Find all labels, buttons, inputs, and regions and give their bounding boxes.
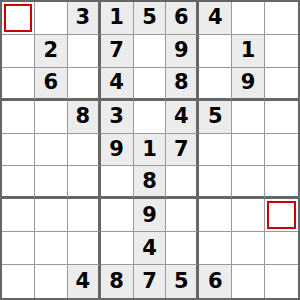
cell-r4c5[interactable]	[134, 101, 167, 134]
cell-r4c4[interactable]: 3	[101, 101, 134, 134]
cell-r3c5[interactable]	[134, 68, 167, 101]
cell-r7c8[interactable]	[232, 199, 265, 232]
cell-r8c6[interactable]	[166, 232, 199, 265]
cell-r7c3[interactable]	[68, 199, 101, 232]
cell-r8c7[interactable]	[199, 232, 232, 265]
cell-r3c2[interactable]: 6	[35, 68, 68, 101]
cell-r5c2[interactable]	[35, 134, 68, 167]
cell-r8c5[interactable]: 4	[134, 232, 167, 265]
cell-r8c2[interactable]	[35, 232, 68, 265]
cell-r9c1[interactable]	[2, 265, 35, 298]
cell-r9c5[interactable]: 7	[134, 265, 167, 298]
cell-r1c1[interactable]	[2, 2, 35, 35]
cell-r4c7[interactable]: 5	[199, 101, 232, 134]
cell-r6c3[interactable]	[68, 166, 101, 199]
selected-cell-ring	[267, 201, 296, 229]
cell-r5c5[interactable]: 1	[134, 134, 167, 167]
selected-cell-ring	[4, 4, 32, 32]
cell-r1c6[interactable]: 6	[166, 2, 199, 35]
cell-r8c3[interactable]	[68, 232, 101, 265]
cell-r4c9[interactable]	[265, 101, 298, 134]
cell-r4c6[interactable]: 4	[166, 101, 199, 134]
cell-r1c4[interactable]: 1	[101, 2, 134, 35]
cell-r3c9[interactable]	[265, 68, 298, 101]
cell-r5c3[interactable]	[68, 134, 101, 167]
cell-r3c3[interactable]	[68, 68, 101, 101]
cell-r9c6[interactable]: 5	[166, 265, 199, 298]
cell-r7c9[interactable]	[265, 199, 298, 232]
cell-r3c4[interactable]: 4	[101, 68, 134, 101]
cell-r7c2[interactable]	[35, 199, 68, 232]
cell-r6c5[interactable]: 8	[134, 166, 167, 199]
cell-r3c7[interactable]	[199, 68, 232, 101]
cell-r5c4[interactable]: 9	[101, 134, 134, 167]
cell-r7c7[interactable]	[199, 199, 232, 232]
cell-r4c1[interactable]	[2, 101, 35, 134]
cell-r1c8[interactable]	[232, 2, 265, 35]
cell-r6c4[interactable]	[101, 166, 134, 199]
cell-r9c8[interactable]	[232, 265, 265, 298]
cell-r6c2[interactable]	[35, 166, 68, 199]
cell-r2c6[interactable]: 9	[166, 35, 199, 68]
cell-r2c7[interactable]	[199, 35, 232, 68]
cell-r1c3[interactable]: 3	[68, 2, 101, 35]
cell-r7c4[interactable]	[101, 199, 134, 232]
cell-r1c7[interactable]: 4	[199, 2, 232, 35]
cell-r4c2[interactable]	[35, 101, 68, 134]
cell-r7c6[interactable]	[166, 199, 199, 232]
cell-r2c5[interactable]	[134, 35, 167, 68]
cell-r2c3[interactable]	[68, 35, 101, 68]
cell-r5c1[interactable]	[2, 134, 35, 167]
cell-r7c1[interactable]	[2, 199, 35, 232]
cell-r4c8[interactable]	[232, 101, 265, 134]
cell-r1c5[interactable]: 5	[134, 2, 167, 35]
cell-r2c9[interactable]	[265, 35, 298, 68]
cell-r9c9[interactable]	[265, 265, 298, 298]
cell-r9c2[interactable]	[35, 265, 68, 298]
cell-r2c8[interactable]: 1	[232, 35, 265, 68]
cell-r6c7[interactable]	[199, 166, 232, 199]
sudoku-board: 3156427916489834591789448756	[0, 0, 300, 300]
cell-r2c4[interactable]: 7	[101, 35, 134, 68]
cell-r4c3[interactable]: 8	[68, 101, 101, 134]
cell-r1c9[interactable]	[265, 2, 298, 35]
cell-r1c2[interactable]	[35, 2, 68, 35]
cell-r6c9[interactable]	[265, 166, 298, 199]
cell-r8c4[interactable]	[101, 232, 134, 265]
cell-r9c7[interactable]: 6	[199, 265, 232, 298]
cell-r5c6[interactable]: 7	[166, 134, 199, 167]
cell-r7c5[interactable]: 9	[134, 199, 167, 232]
cell-r5c8[interactable]	[232, 134, 265, 167]
cell-r3c6[interactable]: 8	[166, 68, 199, 101]
cell-r8c9[interactable]	[265, 232, 298, 265]
cell-r9c4[interactable]: 8	[101, 265, 134, 298]
cell-r6c1[interactable]	[2, 166, 35, 199]
cell-r2c2[interactable]: 2	[35, 35, 68, 68]
cell-r5c9[interactable]	[265, 134, 298, 167]
cell-r5c7[interactable]	[199, 134, 232, 167]
cell-r6c6[interactable]	[166, 166, 199, 199]
cell-r8c1[interactable]	[2, 232, 35, 265]
cell-r3c1[interactable]	[2, 68, 35, 101]
cell-r6c8[interactable]	[232, 166, 265, 199]
cell-r9c3[interactable]: 4	[68, 265, 101, 298]
cell-r3c8[interactable]: 9	[232, 68, 265, 101]
cell-r2c1[interactable]	[2, 35, 35, 68]
cell-r8c8[interactable]	[232, 232, 265, 265]
